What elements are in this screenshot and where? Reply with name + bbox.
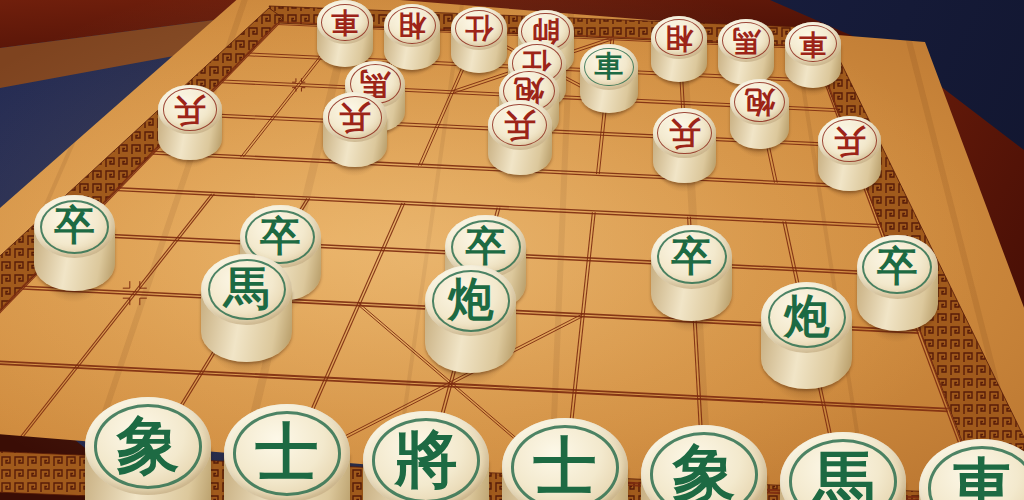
piece-character: 車	[331, 8, 359, 36]
piece-character: 兵	[339, 101, 371, 133]
piece-green-soldier[interactable]: 卒	[651, 225, 732, 321]
piece-red-elephant[interactable]: 相	[651, 16, 707, 82]
piece-character: 卒	[260, 216, 301, 257]
piece-character: 兵	[504, 109, 536, 141]
piece-character: 卒	[466, 226, 507, 267]
piece-green-elephant[interactable]: 象	[85, 397, 211, 500]
piece-face: 象	[85, 397, 211, 495]
piece-character: 士	[534, 435, 597, 498]
piece-character: 兵	[834, 125, 866, 157]
piece-face: 士	[502, 418, 628, 500]
piece-green-elephant[interactable]: 象	[641, 425, 767, 500]
pieces-layer: 車相仕帥相馬車仕車馬炮炮兵兵兵兵兵卒卒卒卒卒馬炮炮象士將士象馬車	[0, 0, 1024, 500]
piece-character: 炮	[745, 87, 775, 117]
piece-character: 馬	[224, 266, 270, 312]
piece-character: 相	[665, 24, 693, 52]
piece-character: 兵	[174, 94, 206, 126]
piece-green-soldier[interactable]: 卒	[857, 235, 938, 331]
piece-red-chariot[interactable]: 車	[317, 0, 373, 66]
piece-character: 車	[594, 52, 623, 81]
piece-character: 馬	[732, 27, 760, 55]
piece-character: 仕	[465, 14, 493, 42]
piece-green-chariot[interactable]: 車	[580, 44, 638, 112]
piece-face: 車	[785, 22, 841, 66]
piece-face: 車	[317, 0, 373, 44]
piece-character: 將	[395, 428, 458, 491]
piece-face: 馬	[780, 432, 906, 500]
piece-face: 卒	[651, 225, 732, 288]
piece-character: 卒	[877, 246, 918, 287]
piece-face: 兵	[653, 108, 716, 158]
piece-red-soldier[interactable]: 兵	[488, 100, 551, 175]
piece-red-advisor[interactable]: 仕	[451, 7, 507, 73]
piece-red-horse[interactable]: 馬	[718, 19, 774, 85]
piece-red-cannon[interactable]: 炮	[730, 79, 790, 150]
piece-face: 象	[641, 425, 767, 500]
piece-green-general[interactable]: 將	[363, 411, 489, 500]
piece-face: 兵	[818, 116, 881, 166]
piece-character: 相	[398, 11, 426, 39]
piece-green-advisor[interactable]: 士	[224, 404, 350, 500]
piece-face: 將	[363, 411, 489, 500]
piece-character: 馬	[812, 449, 875, 500]
piece-character: 象	[673, 442, 736, 500]
piece-green-soldier[interactable]: 卒	[34, 195, 115, 291]
piece-green-cannon[interactable]: 炮	[761, 282, 852, 389]
piece-green-cannon[interactable]: 炮	[425, 265, 516, 372]
piece-character: 炮	[784, 294, 830, 340]
piece-face: 兵	[488, 100, 551, 150]
piece-face: 仕	[451, 7, 507, 51]
piece-character: 卒	[54, 206, 95, 247]
piece-character: 車	[799, 30, 827, 58]
piece-face: 相	[384, 4, 440, 48]
piece-face: 士	[224, 404, 350, 500]
piece-character: 車	[951, 456, 1014, 500]
piece-green-advisor[interactable]: 士	[502, 418, 628, 500]
piece-face: 兵	[323, 92, 386, 142]
piece-red-soldier[interactable]: 兵	[158, 85, 221, 160]
piece-face: 車	[580, 44, 638, 89]
piece-character: 兵	[669, 117, 701, 149]
piece-face: 卒	[34, 195, 115, 258]
piece-green-horse[interactable]: 馬	[780, 432, 906, 500]
piece-character: 士	[256, 421, 319, 484]
piece-face: 兵	[158, 85, 221, 135]
piece-character: 炮	[448, 277, 494, 323]
piece-face: 炮	[761, 282, 852, 353]
piece-red-chariot[interactable]: 車	[785, 22, 841, 88]
piece-red-soldier[interactable]: 兵	[818, 116, 881, 191]
piece-red-soldier[interactable]: 兵	[323, 92, 386, 167]
piece-green-chariot[interactable]: 車	[919, 439, 1024, 500]
piece-green-horse[interactable]: 馬	[201, 254, 292, 361]
piece-face: 車	[919, 439, 1024, 500]
piece-character: 卒	[671, 236, 712, 277]
piece-face: 卒	[857, 235, 938, 298]
piece-character: 象	[117, 414, 180, 477]
xiangqi-scene: 車相仕帥相馬車仕車馬炮炮兵兵兵兵兵卒卒卒卒卒馬炮炮象士將士象馬車	[0, 0, 1024, 500]
piece-red-soldier[interactable]: 兵	[653, 108, 716, 183]
